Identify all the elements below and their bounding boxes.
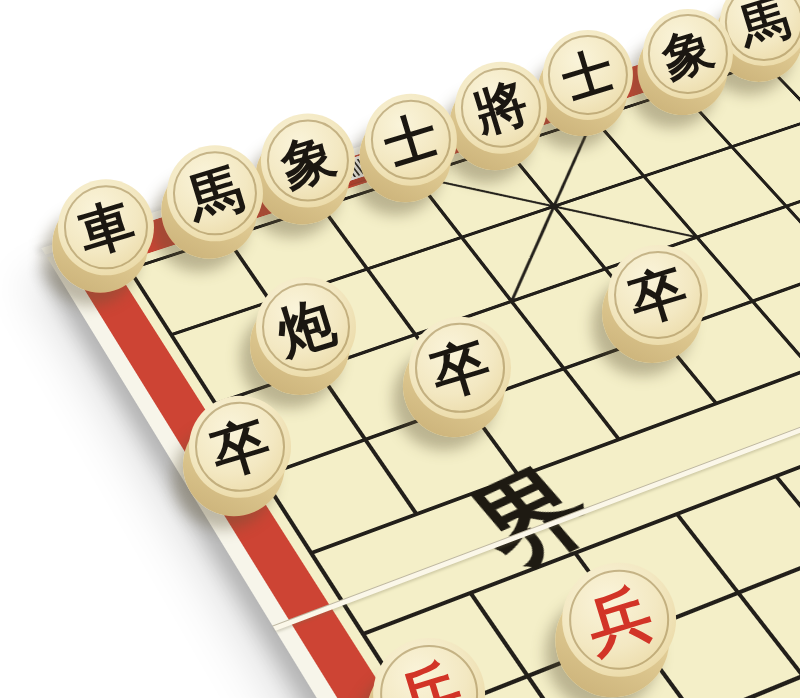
- piece-black-soldier-f5[interactable]: 卒: [607, 254, 707, 354]
- piece-black-soldier-f1[interactable]: 卒: [188, 405, 290, 507]
- piece-black-advisor-f4[interactable]: 士: [364, 102, 456, 194]
- piece-black-horse-f2[interactable]: 馬: [166, 154, 262, 250]
- piece-black-general-f5[interactable]: 將: [454, 70, 546, 162]
- piece-red-soldier-f3[interactable]: 兵: [561, 573, 675, 687]
- piece-black-elephant-f7[interactable]: 象: [642, 17, 732, 107]
- piece-black-chariot-f1[interactable]: 車: [57, 188, 153, 284]
- piece-black-elephant-f3[interactable]: 象: [260, 122, 354, 216]
- piece-black-cannon-f2[interactable]: 炮: [255, 286, 355, 386]
- piece-black-advisor-f6[interactable]: 士: [542, 38, 632, 128]
- piece-black-soldier-f3[interactable]: 卒: [408, 326, 510, 428]
- piece-red-soldier-f1[interactable]: 兵: [372, 648, 484, 698]
- xiangqi-photo-scene: 界 馬象士將士象馬車卒炮卒卒兵兵: [0, 0, 800, 698]
